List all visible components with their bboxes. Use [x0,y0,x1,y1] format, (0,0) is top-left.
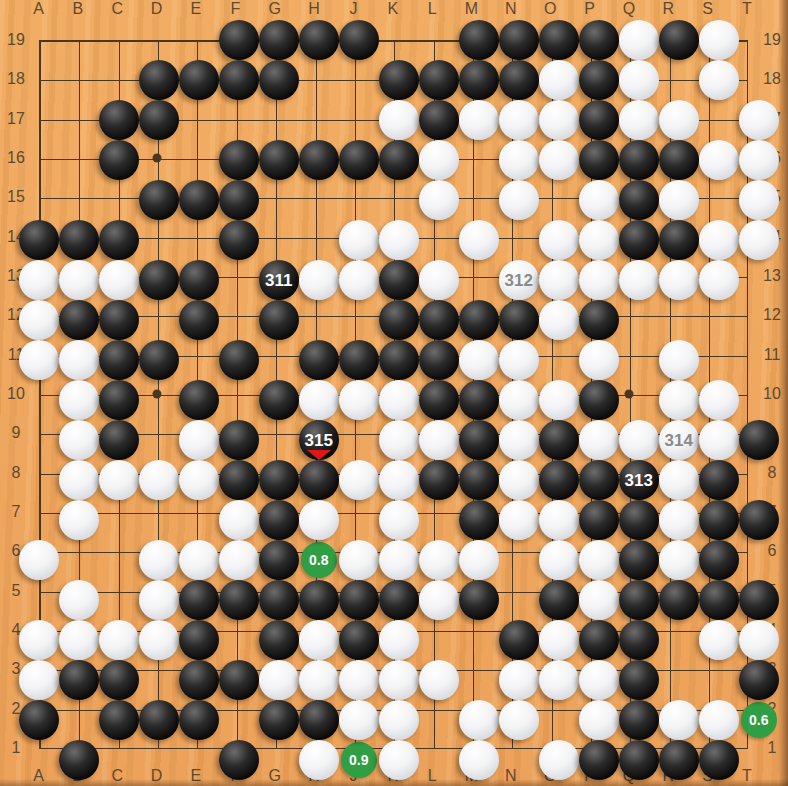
white-stone-T4[interactable] [739,620,779,660]
coord-top-K: K [387,0,398,18]
black-stone-M18[interactable] [459,60,499,100]
coord-top-Q: Q [623,0,635,18]
black-stone-F15[interactable] [219,180,259,220]
black-stone-Q8[interactable]: 313 [619,460,659,500]
black-stone-R5[interactable] [659,580,699,620]
white-stone-P14[interactable] [579,220,619,260]
white-stone-L5[interactable] [419,580,459,620]
move-number-label-313: 313 [625,472,653,489]
black-stone-G6[interactable] [259,540,299,580]
white-stone-C8[interactable] [99,460,139,500]
black-stone-E10[interactable] [179,380,219,420]
black-stone-Q1[interactable] [619,740,659,780]
white-stone-S2[interactable] [699,700,739,740]
black-stone-G4[interactable] [259,620,299,660]
coord-top-T: T [742,0,752,18]
coord-top-N: N [505,0,517,18]
black-stone-P12[interactable] [579,300,619,340]
white-stone-L16[interactable] [419,140,459,180]
black-stone-P4[interactable] [579,620,619,660]
move-number-label-314: 314 [665,432,693,449]
coord-top-O: O [544,0,556,18]
white-stone-O1[interactable] [539,740,579,780]
black-stone-D18[interactable] [139,60,179,100]
white-stone-R8[interactable] [659,460,699,500]
white-stone-M14[interactable] [459,220,499,260]
white-stone-B9[interactable] [59,420,99,460]
move-number-label-312: 312 [505,272,533,289]
white-stone-K6[interactable] [379,540,419,580]
white-stone-Q18[interactable] [619,60,659,100]
white-stone-K3[interactable] [379,660,419,700]
coord-bottom-L: L [428,767,437,785]
white-stone-R7[interactable] [659,500,699,540]
black-stone-D13[interactable] [139,260,179,300]
black-stone-P7[interactable] [579,500,619,540]
black-stone-P19[interactable] [579,20,619,60]
black-stone-Q16[interactable] [619,140,659,180]
black-stone-E2[interactable] [179,700,219,740]
white-stone-P2[interactable] [579,700,619,740]
white-stone-Q9[interactable] [619,420,659,460]
last-move-marker-icon [307,450,331,460]
coord-top-P: P [584,0,595,18]
white-stone-N15[interactable] [499,180,539,220]
black-stone-T9[interactable] [739,420,779,460]
black-stone-E5[interactable] [179,580,219,620]
black-stone-J16[interactable] [339,140,379,180]
white-stone-K17[interactable] [379,100,419,140]
black-stone-P1[interactable] [579,740,619,780]
coord-top-H: H [308,0,320,18]
white-stone-K10[interactable] [379,380,419,420]
black-stone-F5[interactable] [219,580,259,620]
white-stone-P3[interactable] [579,660,619,700]
black-stone-S7[interactable] [699,500,739,540]
black-stone-F9[interactable] [219,420,259,460]
white-stone-N16[interactable] [499,140,539,180]
black-stone-S8[interactable] [699,460,739,500]
black-stone-Q3[interactable] [619,660,659,700]
white-stone-M17[interactable] [459,100,499,140]
black-stone-E15[interactable] [179,180,219,220]
black-stone-G8[interactable] [259,460,299,500]
black-stone-H19[interactable] [299,20,339,60]
move-number-label-315: 315 [305,432,333,449]
black-stone-L18[interactable] [419,60,459,100]
black-stone-J5[interactable] [339,580,379,620]
white-stone-B4[interactable] [59,620,99,660]
white-stone-P13[interactable] [579,260,619,300]
black-stone-M8[interactable] [459,460,499,500]
black-stone-F16[interactable] [219,140,259,180]
white-stone-S19[interactable] [699,20,739,60]
black-stone-O19[interactable] [539,20,579,60]
black-stone-O9[interactable] [539,420,579,460]
black-stone-F3[interactable] [219,660,259,700]
black-stone-M19[interactable] [459,20,499,60]
white-stone-K2[interactable] [379,700,419,740]
white-stone-H4[interactable] [299,620,339,660]
black-stone-H8[interactable] [299,460,339,500]
black-stone-A2[interactable] [19,700,59,740]
black-stone-K16[interactable] [379,140,419,180]
white-stone-L15[interactable] [419,180,459,220]
win-rate-hint-T2[interactable]: 0.6 [741,702,777,738]
white-stone-S10[interactable] [699,380,739,420]
black-stone-B1[interactable] [59,740,99,780]
white-stone-L13[interactable] [419,260,459,300]
black-stone-S6[interactable] [699,540,739,580]
stones-layer: 3113123153143130.80.90.6 [19,20,767,767]
black-stone-C14[interactable] [99,220,139,260]
white-stone-R17[interactable] [659,100,699,140]
white-stone-D6[interactable] [139,540,179,580]
white-stone-R2[interactable] [659,700,699,740]
black-stone-J4[interactable] [339,620,379,660]
white-stone-O4[interactable] [539,620,579,660]
white-stone-M2[interactable] [459,700,499,740]
white-stone-E8[interactable] [179,460,219,500]
white-stone-J2[interactable] [339,700,379,740]
black-stone-M9[interactable] [459,420,499,460]
white-stone-P9[interactable] [579,420,619,460]
black-stone-H5[interactable] [299,580,339,620]
coord-bottom-D: D [151,767,163,785]
coord-top-F: F [230,0,240,18]
black-stone-D11[interactable] [139,340,179,380]
white-stone-T17[interactable] [739,100,779,140]
white-stone-P15[interactable] [579,180,619,220]
white-stone-B10[interactable] [59,380,99,420]
white-stone-T16[interactable] [739,140,779,180]
black-stone-R16[interactable] [659,140,699,180]
coord-bottom-C: C [111,767,123,785]
black-stone-G2[interactable] [259,700,299,740]
black-stone-K5[interactable] [379,580,419,620]
coord-top-J: J [349,0,357,18]
coord-bottom-E: E [191,767,202,785]
white-stone-R11[interactable] [659,340,699,380]
white-stone-D5[interactable] [139,580,179,620]
white-stone-N3[interactable] [499,660,539,700]
white-stone-K7[interactable] [379,500,419,540]
white-stone-F7[interactable] [219,500,259,540]
white-stone-K8[interactable] [379,460,419,500]
white-stone-O7[interactable] [539,500,579,540]
black-stone-E12[interactable] [179,300,219,340]
white-stone-B7[interactable] [59,500,99,540]
white-stone-K4[interactable] [379,620,419,660]
white-stone-S13[interactable] [699,260,739,300]
black-stone-P8[interactable] [579,460,619,500]
white-stone-N8[interactable] [499,460,539,500]
white-stone-O10[interactable] [539,380,579,420]
black-stone-J11[interactable] [339,340,379,380]
black-stone-F11[interactable] [219,340,259,380]
white-stone-D8[interactable] [139,460,179,500]
white-stone-J10[interactable] [339,380,379,420]
coord-top-M: M [465,0,478,18]
white-stone-Q19[interactable] [619,20,659,60]
white-stone-J6[interactable] [339,540,379,580]
white-stone-S16[interactable] [699,140,739,180]
black-stone-H16[interactable] [299,140,339,180]
black-stone-G19[interactable] [259,20,299,60]
black-stone-D15[interactable] [139,180,179,220]
coord-bottom-G: G [268,767,280,785]
white-stone-D4[interactable] [139,620,179,660]
white-stone-H3[interactable] [299,660,339,700]
white-stone-O16[interactable] [539,140,579,180]
black-stone-D17[interactable] [139,100,179,140]
black-stone-Q5[interactable] [619,580,659,620]
black-stone-A14[interactable] [19,220,59,260]
white-stone-O3[interactable] [539,660,579,700]
coord-right-1: 1 [768,739,777,757]
white-stone-R9[interactable]: 314 [659,420,699,460]
white-stone-S18[interactable] [699,60,739,100]
white-stone-G3[interactable] [259,660,299,700]
white-stone-J14[interactable] [339,220,379,260]
black-stone-Q15[interactable] [619,180,659,220]
white-stone-A3[interactable] [19,660,59,700]
white-stone-R13[interactable] [659,260,699,300]
black-stone-N12[interactable] [499,300,539,340]
coord-bottom-N: N [505,767,517,785]
white-stone-L9[interactable] [419,420,459,460]
white-stone-O12[interactable] [539,300,579,340]
move-number-label-311: 311 [265,272,292,289]
white-stone-H10[interactable] [299,380,339,420]
black-stone-T7[interactable] [739,500,779,540]
black-stone-L10[interactable] [419,380,459,420]
white-stone-M11[interactable] [459,340,499,380]
black-stone-G5[interactable] [259,580,299,620]
white-stone-K1[interactable] [379,740,419,780]
coord-top-A: A [33,0,44,18]
black-stone-S1[interactable] [699,740,739,780]
black-stone-H9[interactable]: 315 [299,420,339,460]
black-stone-G13[interactable]: 311 [259,260,299,300]
black-stone-K18[interactable] [379,60,419,100]
white-stone-K14[interactable] [379,220,419,260]
black-stone-L8[interactable] [419,460,459,500]
white-stone-A4[interactable] [19,620,59,660]
white-stone-E6[interactable] [179,540,219,580]
black-stone-Q7[interactable] [619,500,659,540]
black-stone-C9[interactable] [99,420,139,460]
white-stone-J13[interactable] [339,260,379,300]
black-stone-L11[interactable] [419,340,459,380]
white-stone-L6[interactable] [419,540,459,580]
black-stone-F18[interactable] [219,60,259,100]
black-stone-Q6[interactable] [619,540,659,580]
white-stone-E9[interactable] [179,420,219,460]
white-stone-F6[interactable] [219,540,259,580]
black-stone-T5[interactable] [739,580,779,620]
white-stone-S4[interactable] [699,620,739,660]
black-stone-C2[interactable] [99,700,139,740]
white-stone-L3[interactable] [419,660,459,700]
black-stone-E18[interactable] [179,60,219,100]
white-stone-A12[interactable] [19,300,59,340]
black-stone-L17[interactable] [419,100,459,140]
black-stone-J19[interactable] [339,20,379,60]
white-stone-O13[interactable] [539,260,579,300]
white-stone-A13[interactable] [19,260,59,300]
white-stone-N9[interactable] [499,420,539,460]
white-stone-R15[interactable] [659,180,699,220]
black-stone-B14[interactable] [59,220,99,260]
black-stone-R1[interactable] [659,740,699,780]
black-stone-G18[interactable] [259,60,299,100]
white-stone-B13[interactable] [59,260,99,300]
white-stone-A6[interactable] [19,540,59,580]
go-board: AABBCCDDEEFFGGHHJJKKLLMMNNOOPPQQRRSSTT19… [0,0,788,786]
black-stone-C11[interactable] [99,340,139,380]
white-stone-C13[interactable] [99,260,139,300]
white-stone-H7[interactable] [299,500,339,540]
black-stone-R19[interactable] [659,20,699,60]
black-stone-H11[interactable] [299,340,339,380]
white-stone-M6[interactable] [459,540,499,580]
white-stone-B11[interactable] [59,340,99,380]
black-stone-O5[interactable] [539,580,579,620]
black-stone-G7[interactable] [259,500,299,540]
black-stone-T3[interactable] [739,660,779,700]
white-stone-Q17[interactable] [619,100,659,140]
black-stone-O8[interactable] [539,460,579,500]
black-stone-K12[interactable] [379,300,419,340]
white-stone-O14[interactable] [539,220,579,260]
white-stone-P11[interactable] [579,340,619,380]
black-stone-C10[interactable] [99,380,139,420]
white-stone-J8[interactable] [339,460,379,500]
black-stone-C3[interactable] [99,660,139,700]
white-stone-R10[interactable] [659,380,699,420]
black-stone-E13[interactable] [179,260,219,300]
white-stone-M1[interactable] [459,740,499,780]
black-stone-F8[interactable] [219,460,259,500]
coord-right-8: 8 [768,464,777,482]
white-stone-O17[interactable] [539,100,579,140]
white-stone-N10[interactable] [499,380,539,420]
black-stone-P17[interactable] [579,100,619,140]
coord-top-G: G [268,0,280,18]
black-stone-Q4[interactable] [619,620,659,660]
white-stone-C4[interactable] [99,620,139,660]
black-stone-E3[interactable] [179,660,219,700]
white-stone-N17[interactable] [499,100,539,140]
white-stone-B8[interactable] [59,460,99,500]
black-stone-M7[interactable] [459,500,499,540]
white-stone-O6[interactable] [539,540,579,580]
white-stone-R6[interactable] [659,540,699,580]
white-stone-N2[interactable] [499,700,539,740]
black-stone-K13[interactable] [379,260,419,300]
white-stone-N13[interactable]: 312 [499,260,539,300]
white-stone-T15[interactable] [739,180,779,220]
black-stone-P16[interactable] [579,140,619,180]
coord-bottom-A: A [33,767,44,785]
black-stone-L12[interactable] [419,300,459,340]
coord-top-L: L [428,0,437,18]
black-stone-M12[interactable] [459,300,499,340]
black-stone-M10[interactable] [459,380,499,420]
black-stone-P18[interactable] [579,60,619,100]
white-stone-S9[interactable] [699,420,739,460]
coord-top-E: E [191,0,202,18]
white-stone-J3[interactable] [339,660,379,700]
white-stone-N11[interactable] [499,340,539,380]
black-stone-Q14[interactable] [619,220,659,260]
coord-top-R: R [662,0,674,18]
black-stone-F14[interactable] [219,220,259,260]
black-stone-F19[interactable] [219,20,259,60]
white-stone-N7[interactable] [499,500,539,540]
white-stone-P6[interactable] [579,540,619,580]
win-rate-hint-J1[interactable]: 0.9 [341,742,377,778]
black-stone-N19[interactable] [499,20,539,60]
white-stone-O18[interactable] [539,60,579,100]
white-stone-P5[interactable] [579,580,619,620]
black-stone-C17[interactable] [99,100,139,140]
black-stone-H2[interactable] [299,700,339,740]
white-stone-A11[interactable] [19,340,59,380]
white-stone-H1[interactable] [299,740,339,780]
black-stone-N4[interactable] [499,620,539,660]
coord-top-C: C [111,0,123,18]
black-stone-S5[interactable] [699,580,739,620]
win-rate-hint-H6[interactable]: 0.8 [301,542,337,578]
black-stone-Q2[interactable] [619,700,659,740]
black-stone-B3[interactable] [59,660,99,700]
black-stone-K11[interactable] [379,340,419,380]
black-stone-M5[interactable] [459,580,499,620]
black-stone-G12[interactable] [259,300,299,340]
black-stone-B12[interactable] [59,300,99,340]
white-stone-S14[interactable] [699,220,739,260]
coord-top-D: D [151,0,163,18]
white-stone-H13[interactable] [299,260,339,300]
black-stone-P10[interactable] [579,380,619,420]
black-stone-G16[interactable] [259,140,299,180]
black-stone-N18[interactable] [499,60,539,100]
black-stone-F1[interactable] [219,740,259,780]
black-stone-D2[interactable] [139,700,179,740]
white-stone-T14[interactable] [739,220,779,260]
coord-top-B: B [73,0,84,18]
coord-right-6: 6 [768,542,777,560]
white-stone-K9[interactable] [379,420,419,460]
black-stone-C16[interactable] [99,140,139,180]
coord-top-S: S [702,0,713,18]
black-stone-G10[interactable] [259,380,299,420]
coord-bottom-T: T [742,767,752,785]
black-stone-R14[interactable] [659,220,699,260]
black-stone-E4[interactable] [179,620,219,660]
white-stone-B5[interactable] [59,580,99,620]
black-stone-C12[interactable] [99,300,139,340]
white-stone-Q13[interactable] [619,260,659,300]
